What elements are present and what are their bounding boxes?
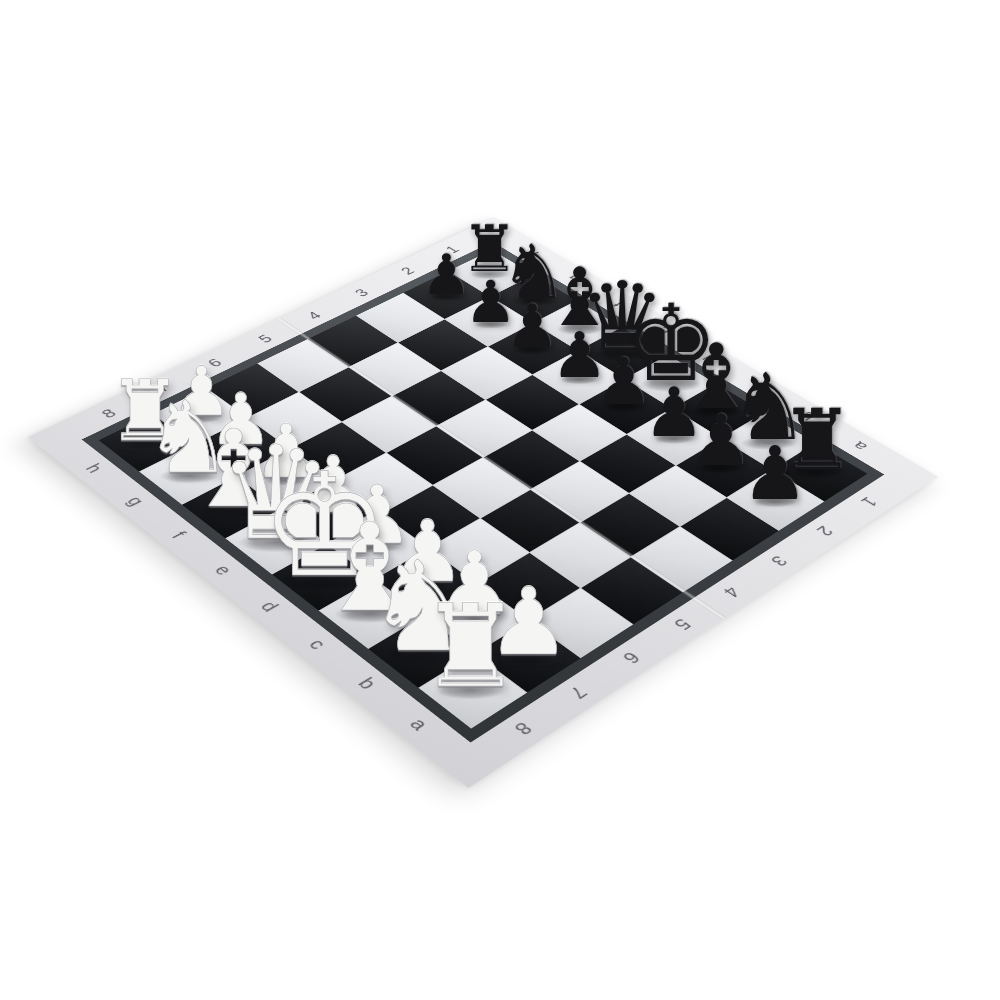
rank-label-far-1: 1 — [858, 495, 881, 509]
rank-label-far-2: 2 — [813, 524, 836, 539]
rank-label-near-5: 5 — [255, 333, 275, 345]
rank-label-far-8: 8 — [511, 719, 536, 737]
file-label-near-a: a — [406, 715, 432, 733]
rank-label-near-4: 4 — [304, 310, 324, 322]
photo-stage: 1234567812345678hgfedcbahgfedcba ♜♞♝♛♚♝♞… — [0, 0, 1000, 1000]
rank-label-far-6: 6 — [619, 649, 644, 666]
rank-label-near-3: 3 — [352, 287, 372, 298]
piece-black-pawn-a2[interactable]: ♟ — [742, 436, 808, 510]
file-label-near-h: h — [82, 461, 105, 474]
rank-label-far-7: 7 — [566, 684, 591, 702]
rank-label-far-5: 5 — [670, 616, 694, 632]
piece-white-rook-a8[interactable]: ♜ — [419, 589, 522, 704]
rank-label-far-3: 3 — [767, 553, 791, 568]
rank-label-near-2: 2 — [398, 265, 417, 276]
rank-label-far-4: 4 — [720, 584, 744, 600]
